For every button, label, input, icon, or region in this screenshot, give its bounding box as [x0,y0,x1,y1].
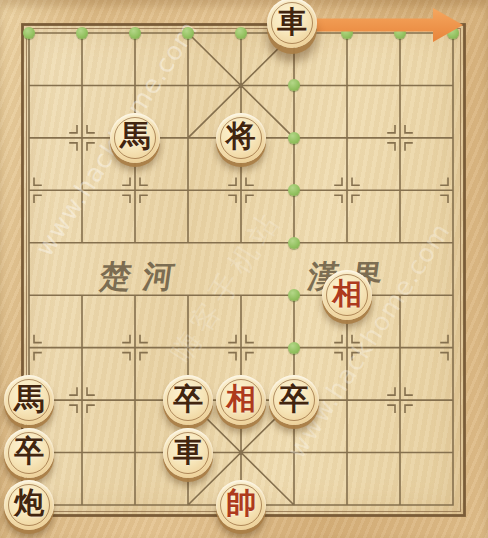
piece-character: 卒 [173,384,203,414]
piece-red-相[interactable]: 相 [216,375,266,425]
piece-character: 馬 [120,121,150,151]
piece-black-将[interactable]: 将 [216,113,266,163]
piece-black-車[interactable]: 車 [267,0,317,48]
piece-character: 馬 [14,384,44,414]
piece-black-卒[interactable]: 卒 [163,375,213,425]
piece-red-帥[interactable]: 帥 [216,480,266,530]
piece-character: 将 [226,121,256,151]
piece-character: 相 [332,279,362,309]
piece-character: 卒 [279,384,309,414]
piece-character: 帥 [226,488,256,518]
piece-black-車[interactable]: 車 [163,428,213,478]
piece-character: 車 [173,436,203,466]
piece-character: 卒 [14,436,44,466]
piece-character: 炮 [14,488,44,518]
piece-character: 車 [277,7,307,37]
xiangqi-board: 楚河 漢界 www.hackhome.com 嗨客手机站 www.hackhom… [0,0,488,538]
pieces-layer: 車馬将相馬卒相卒卒車炮帥 [3,7,480,531]
piece-black-炮[interactable]: 炮 [4,480,54,530]
piece-character: 相 [226,384,256,414]
piece-black-卒[interactable]: 卒 [269,375,319,425]
piece-black-馬[interactable]: 馬 [110,113,160,163]
piece-black-馬[interactable]: 馬 [4,375,54,425]
piece-black-卒[interactable]: 卒 [4,428,54,478]
piece-red-相[interactable]: 相 [322,270,372,320]
